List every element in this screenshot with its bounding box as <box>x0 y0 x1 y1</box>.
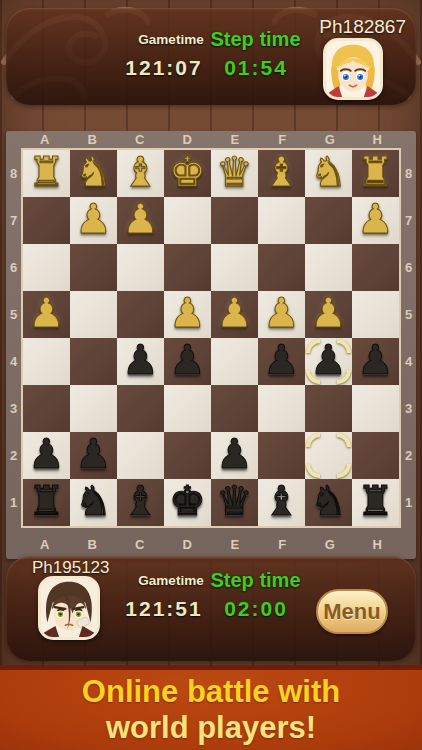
square-h6[interactable] <box>352 244 399 291</box>
bottom-steptime-label: Step time <box>208 569 303 592</box>
file-label-G: G <box>306 530 354 559</box>
piece-black-pawn[interactable]: ♟ <box>263 340 300 381</box>
bottom-steptime-value: 02:00 <box>216 597 296 621</box>
board-frame: ABCDEFGH 87654321 ♜♞♝♚♛♝♞♜♟♟♟♟♟♟♟♟♟♟♟♟♟♟… <box>6 131 416 559</box>
rank-label-1: 1 <box>401 479 416 526</box>
rank-label-6: 6 <box>401 244 416 291</box>
file-label-E: E <box>211 131 259 148</box>
piece-gold-king[interactable]: ♚ <box>169 152 206 193</box>
square-f1[interactable]: ♝ <box>258 479 305 526</box>
piece-black-pawn[interactable]: ♟ <box>75 434 112 475</box>
square-h3[interactable] <box>352 385 399 432</box>
rank-label-5: 5 <box>6 291 21 338</box>
square-d5[interactable]: ♟ <box>164 291 211 338</box>
square-e1[interactable]: ♛ <box>211 479 258 526</box>
square-e5[interactable]: ♟ <box>211 291 258 338</box>
bottom-player-avatar[interactable] <box>38 576 100 640</box>
file-label-D: D <box>164 131 212 148</box>
file-labels-bottom: ABCDEFGH <box>21 530 401 559</box>
piece-gold-pawn[interactable]: ♟ <box>357 199 394 240</box>
square-d8[interactable]: ♚ <box>164 150 211 197</box>
file-label-C: C <box>116 131 164 148</box>
piece-black-pawn[interactable]: ♟ <box>310 340 347 381</box>
piece-gold-knight[interactable]: ♞ <box>75 152 112 193</box>
square-e8[interactable]: ♛ <box>211 150 258 197</box>
square-c4[interactable]: ♟ <box>117 338 164 385</box>
square-a3[interactable] <box>23 385 70 432</box>
square-f7[interactable] <box>258 197 305 244</box>
rank-label-5: 5 <box>401 291 416 338</box>
rank-label-4: 4 <box>401 338 416 385</box>
square-b2[interactable]: ♟ <box>70 432 117 479</box>
piece-black-pawn[interactable]: ♟ <box>216 434 253 475</box>
rank-label-2: 2 <box>401 432 416 479</box>
square-d1[interactable]: ♚ <box>164 479 211 526</box>
rank-labels-left: 87654321 <box>6 150 21 526</box>
top-player-avatar[interactable] <box>323 38 383 100</box>
piece-gold-knight[interactable]: ♞ <box>310 152 347 193</box>
piece-gold-pawn[interactable]: ♟ <box>216 293 253 334</box>
bottom-gametime-label: Gametime <box>136 573 206 588</box>
piece-black-pawn[interactable]: ♟ <box>28 434 65 475</box>
square-a5[interactable]: ♟ <box>23 291 70 338</box>
square-c1[interactable]: ♝ <box>117 479 164 526</box>
file-labels-top: ABCDEFGH <box>21 131 401 148</box>
square-c3[interactable] <box>117 385 164 432</box>
square-c8[interactable]: ♝ <box>117 150 164 197</box>
piece-gold-rook[interactable]: ♜ <box>28 152 65 193</box>
square-d7[interactable] <box>164 197 211 244</box>
piece-black-bishop[interactable]: ♝ <box>122 481 159 522</box>
highlight-claw-bl <box>306 464 320 478</box>
square-a4[interactable] <box>23 338 70 385</box>
file-label-D: D <box>164 530 212 559</box>
rank-label-3: 3 <box>401 385 416 432</box>
file-label-E: E <box>211 530 259 559</box>
square-h1[interactable]: ♜ <box>352 479 399 526</box>
square-b4[interactable] <box>70 338 117 385</box>
top-steptime-value: 01:54 <box>216 56 296 80</box>
piece-black-knight[interactable]: ♞ <box>75 481 112 522</box>
square-a8[interactable]: ♜ <box>23 150 70 197</box>
file-label-A: A <box>21 530 69 559</box>
square-g1[interactable]: ♞ <box>305 479 352 526</box>
square-h4[interactable]: ♟ <box>352 338 399 385</box>
square-e3[interactable] <box>211 385 258 432</box>
square-e4[interactable] <box>211 338 258 385</box>
square-f2[interactable] <box>258 432 305 479</box>
square-a1[interactable]: ♜ <box>23 479 70 526</box>
square-d6[interactable] <box>164 244 211 291</box>
square-d3[interactable] <box>164 385 211 432</box>
piece-gold-rook[interactable]: ♜ <box>357 152 394 193</box>
file-label-B: B <box>69 530 117 559</box>
piece-black-pawn[interactable]: ♟ <box>169 340 206 381</box>
square-g3[interactable] <box>305 385 352 432</box>
square-c7[interactable]: ♟ <box>117 197 164 244</box>
square-c2[interactable] <box>117 432 164 479</box>
square-a2[interactable]: ♟ <box>23 432 70 479</box>
square-f3[interactable] <box>258 385 305 432</box>
square-g2[interactable] <box>305 432 352 479</box>
rank-label-7: 7 <box>401 197 416 244</box>
top-gametime-value: 121:07 <box>118 56 210 80</box>
file-label-F: F <box>259 131 307 148</box>
piece-gold-pawn[interactable]: ♟ <box>310 293 347 334</box>
bottom-player-panel: Ph195123 <box>6 556 416 661</box>
square-b6[interactable] <box>70 244 117 291</box>
highlight-claw-br <box>337 464 351 478</box>
piece-gold-pawn[interactable]: ♟ <box>169 293 206 334</box>
bottom-player-name: Ph195123 <box>32 558 110 578</box>
piece-gold-queen[interactable]: ♛ <box>216 152 253 193</box>
square-b5[interactable] <box>70 291 117 338</box>
app-screen: Gametime Step time 121:07 01:54 Ph182867 <box>0 0 422 750</box>
square-h5[interactable] <box>352 291 399 338</box>
chess-board: ♜♞♝♚♛♝♞♜♟♟♟♟♟♟♟♟♟♟♟♟♟♟♟♟♜♞♝♚♛♝♞♜ <box>21 148 401 528</box>
square-h7[interactable]: ♟ <box>352 197 399 244</box>
file-label-A: A <box>21 131 69 148</box>
piece-gold-pawn[interactable]: ♟ <box>263 293 300 334</box>
banner-line1: Online battle with <box>82 674 340 710</box>
piece-gold-pawn[interactable]: ♟ <box>122 199 159 240</box>
square-g4[interactable]: ♟ <box>305 338 352 385</box>
rank-label-8: 8 <box>401 150 416 197</box>
file-label-H: H <box>354 131 402 148</box>
square-e2[interactable]: ♟ <box>211 432 258 479</box>
rank-label-8: 8 <box>6 150 21 197</box>
top-player-name: Ph182867 <box>319 16 406 38</box>
square-g8[interactable]: ♞ <box>305 150 352 197</box>
rank-label-6: 6 <box>6 244 21 291</box>
menu-button[interactable]: Menu <box>316 589 388 634</box>
square-f6[interactable] <box>258 244 305 291</box>
square-b8[interactable]: ♞ <box>70 150 117 197</box>
top-gametime-label: Gametime <box>136 32 206 47</box>
rank-label-1: 1 <box>6 479 21 526</box>
file-label-B: B <box>69 131 117 148</box>
piece-black-queen[interactable]: ♛ <box>216 481 253 522</box>
square-e6[interactable] <box>211 244 258 291</box>
file-label-C: C <box>116 530 164 559</box>
bottom-gametime-value: 121:51 <box>118 597 210 621</box>
square-f5[interactable]: ♟ <box>258 291 305 338</box>
file-label-G: G <box>306 131 354 148</box>
piece-gold-bishop[interactable]: ♝ <box>122 152 159 193</box>
square-d4[interactable]: ♟ <box>164 338 211 385</box>
rank-labels-right: 87654321 <box>401 150 416 526</box>
square-b3[interactable] <box>70 385 117 432</box>
highlight-claw-tl <box>306 433 320 447</box>
piece-black-rook[interactable]: ♜ <box>28 481 65 522</box>
piece-gold-bishop[interactable]: ♝ <box>263 152 300 193</box>
piece-black-king[interactable]: ♚ <box>169 481 206 522</box>
square-a6[interactable] <box>23 244 70 291</box>
square-f4[interactable]: ♟ <box>258 338 305 385</box>
square-h8[interactable]: ♜ <box>352 150 399 197</box>
rank-label-4: 4 <box>6 338 21 385</box>
promo-banner[interactable]: Online battle with world players! <box>0 665 422 750</box>
piece-black-pawn[interactable]: ♟ <box>122 340 159 381</box>
piece-black-knight[interactable]: ♞ <box>310 481 347 522</box>
top-steptime-label: Step time <box>208 28 303 51</box>
square-g5[interactable]: ♟ <box>305 291 352 338</box>
square-h2[interactable] <box>352 432 399 479</box>
square-c5[interactable] <box>117 291 164 338</box>
square-c6[interactable] <box>117 244 164 291</box>
top-player-panel: Gametime Step time 121:07 01:54 Ph182867 <box>6 8 416 105</box>
square-d2[interactable] <box>164 432 211 479</box>
square-a7[interactable] <box>23 197 70 244</box>
piece-gold-pawn[interactable]: ♟ <box>28 293 65 334</box>
file-label-F: F <box>259 530 307 559</box>
piece-gold-pawn[interactable]: ♟ <box>75 199 112 240</box>
file-label-H: H <box>354 530 402 559</box>
piece-black-rook[interactable]: ♜ <box>357 481 394 522</box>
banner-line2: world players! <box>106 710 316 746</box>
square-g6[interactable] <box>305 244 352 291</box>
square-e7[interactable] <box>211 197 258 244</box>
rank-label-3: 3 <box>6 385 21 432</box>
rank-label-7: 7 <box>6 197 21 244</box>
square-b1[interactable]: ♞ <box>70 479 117 526</box>
square-b7[interactable]: ♟ <box>70 197 117 244</box>
piece-black-pawn[interactable]: ♟ <box>357 340 394 381</box>
square-g7[interactable] <box>305 197 352 244</box>
piece-black-bishop[interactable]: ♝ <box>263 481 300 522</box>
square-f8[interactable]: ♝ <box>258 150 305 197</box>
highlight-claw-tr <box>337 433 351 447</box>
rank-label-2: 2 <box>6 432 21 479</box>
